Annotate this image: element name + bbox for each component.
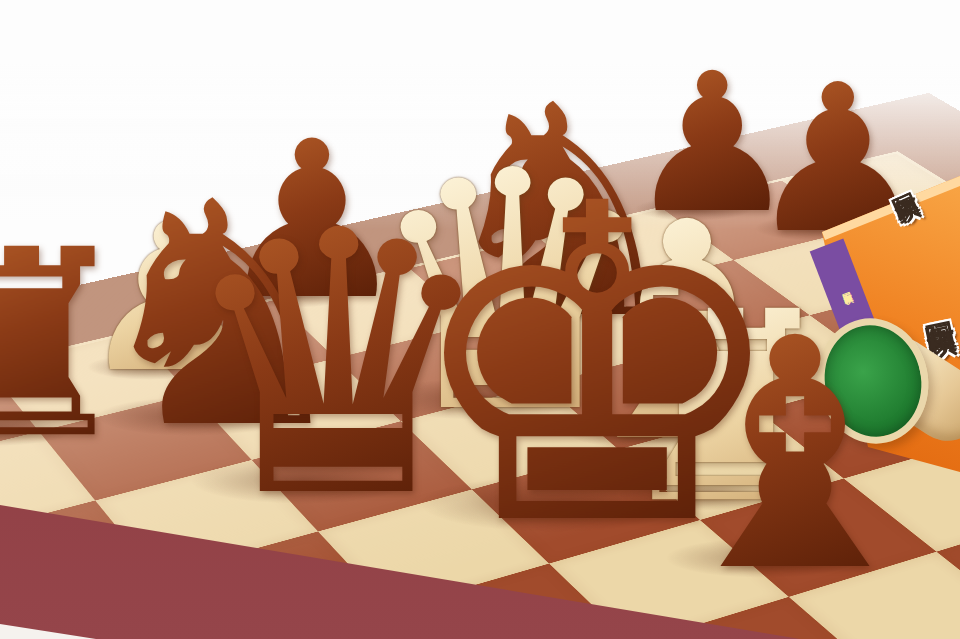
piece-dark-rook-left: ♜ xyxy=(0,233,125,438)
dark-bishop-icon: ♝ xyxy=(652,297,937,615)
piece-dark-bishop: ♝ xyxy=(669,318,921,570)
box-title-top: 国际象棋 xyxy=(879,172,910,189)
product-photo-chess-set: ♟♟♟♞♟♞♛♜♝♛♜♚♝ 国际象棋 国际象棋 国际象棋 xyxy=(0,0,960,639)
dark-rook-icon: ♜ xyxy=(0,216,138,474)
